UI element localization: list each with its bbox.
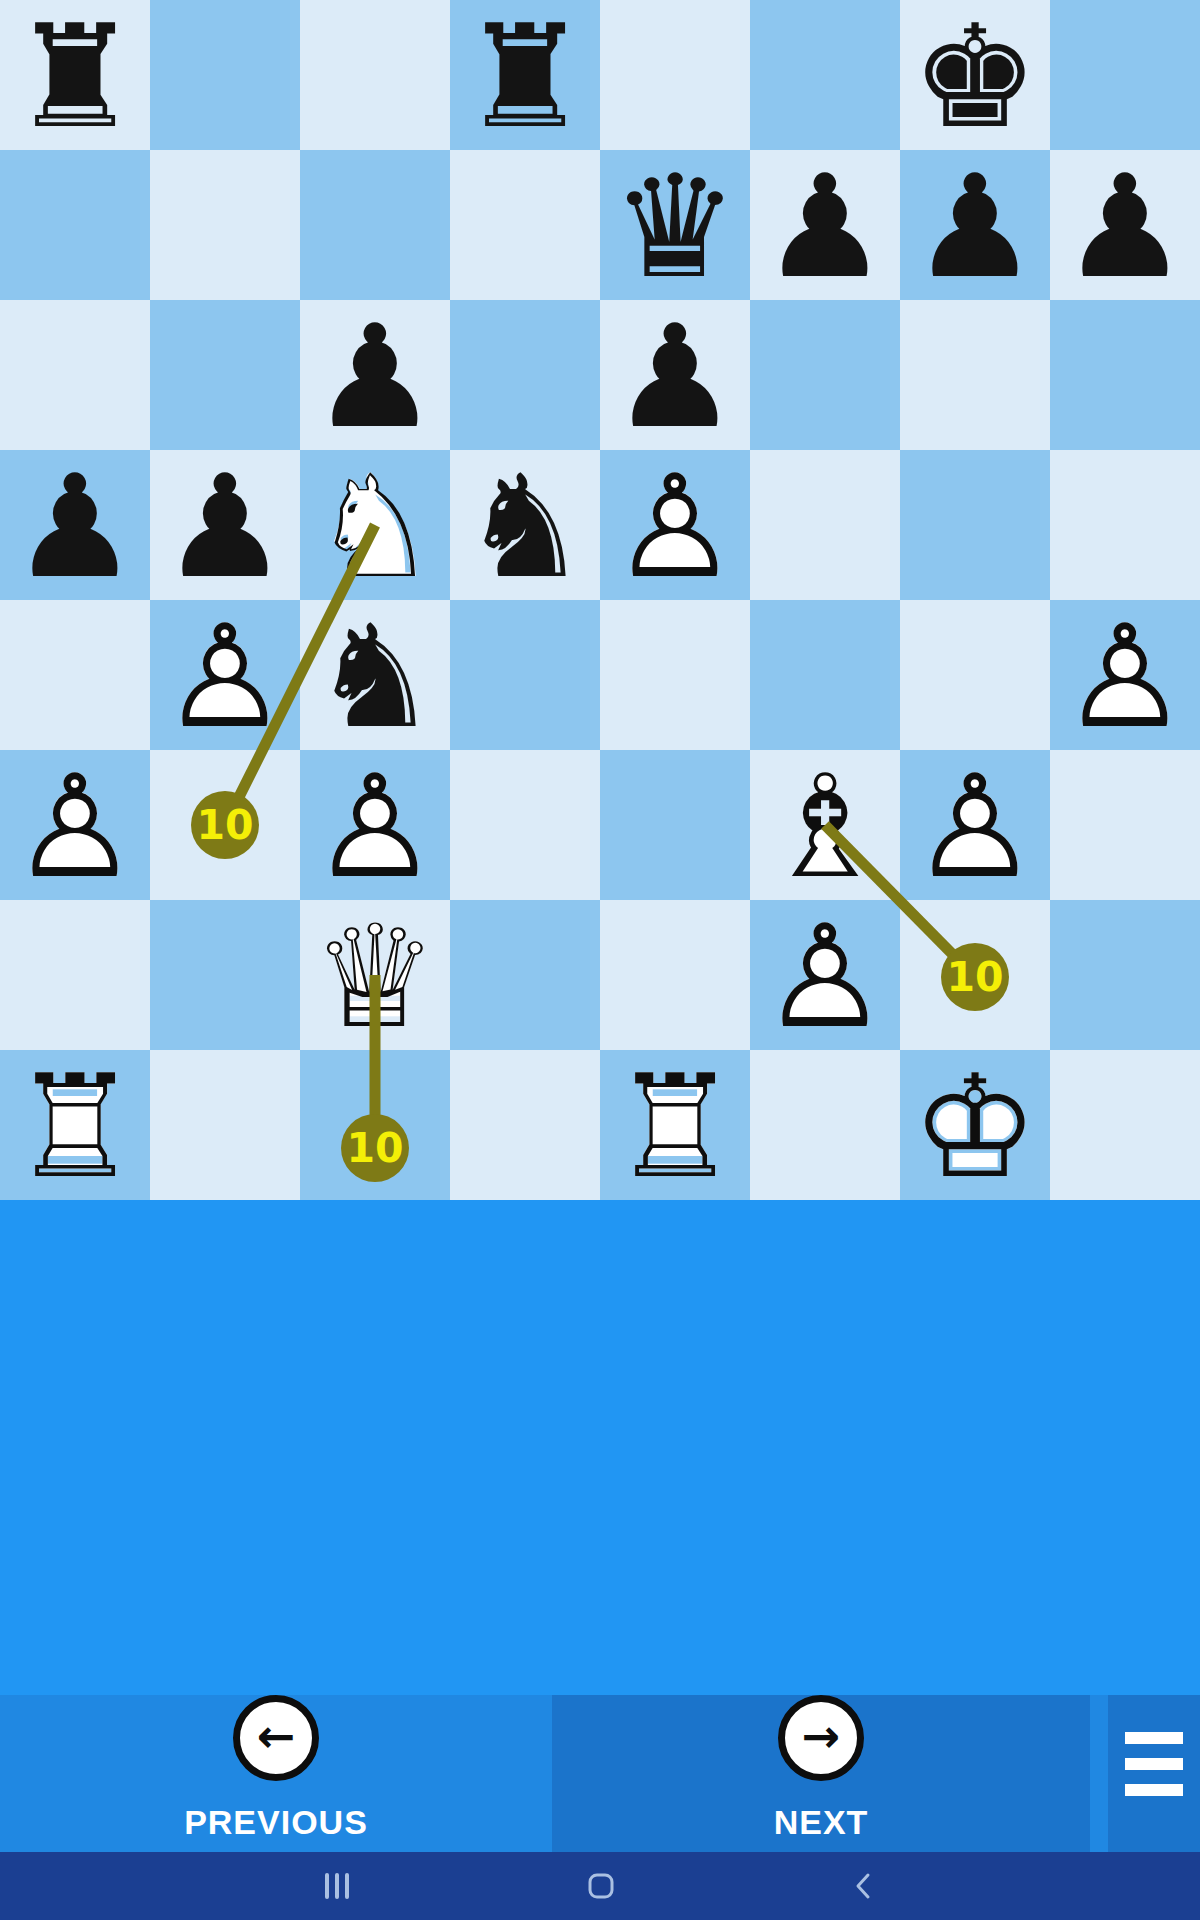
square-c7[interactable] <box>300 150 450 300</box>
square-f5[interactable] <box>750 450 900 600</box>
square-g2[interactable] <box>900 900 1050 1050</box>
recents-icon <box>325 1873 349 1899</box>
background-filler <box>0 1200 1200 1695</box>
square-c1[interactable] <box>300 1050 450 1200</box>
piece-black-pawn: ♟ <box>11 452 138 602</box>
square-c8[interactable] <box>300 0 450 150</box>
square-a2[interactable] <box>0 900 150 1050</box>
square-e6[interactable]: ♟ <box>600 300 750 450</box>
square-h4[interactable]: ♟♙ <box>1050 600 1200 750</box>
piece-white-pawn: ♟♙ <box>1061 602 1188 752</box>
square-b8[interactable] <box>150 0 300 150</box>
square-b6[interactable] <box>150 300 300 450</box>
square-e3[interactable] <box>600 750 750 900</box>
square-e5[interactable]: ♟♙ <box>600 450 750 600</box>
bottom-toolbar: ← PREVIOUS → NEXT <box>0 1695 1200 1852</box>
square-e2[interactable] <box>600 900 750 1050</box>
piece-white-rook: ♜♖ <box>611 1052 738 1202</box>
square-b2[interactable] <box>150 900 300 1050</box>
square-f3[interactable]: ♝♗ <box>750 750 900 900</box>
square-g8[interactable]: ♚ <box>900 0 1050 150</box>
next-button[interactable]: → NEXT <box>552 1695 1090 1852</box>
app-screen: ♜♜♚♛♟♟♟♟♟♟♟♞♘♞♟♙♟♙♞♟♙♟♙♟♙♝♗♟♙♛♕♟♙♜♖♜♖♚♔1… <box>0 0 1200 1920</box>
next-label: NEXT <box>774 1803 869 1842</box>
square-d7[interactable] <box>450 150 600 300</box>
square-c2[interactable]: ♛♕ <box>300 900 450 1050</box>
piece-white-pawn: ♟♙ <box>161 602 288 752</box>
back-icon <box>849 1871 879 1901</box>
previous-button[interactable]: ← PREVIOUS <box>0 1695 552 1852</box>
android-navigation-bar <box>0 1852 1200 1920</box>
square-a7[interactable] <box>0 150 150 300</box>
piece-black-knight: ♞ <box>311 602 438 752</box>
square-d5[interactable]: ♞ <box>450 450 600 600</box>
piece-white-bishop: ♝♗ <box>761 752 888 902</box>
square-a5[interactable]: ♟ <box>0 450 150 600</box>
menu-button[interactable] <box>1108 1695 1200 1852</box>
square-g5[interactable] <box>900 450 1050 600</box>
square-c5[interactable]: ♞♘ <box>300 450 450 600</box>
square-a1[interactable]: ♜♖ <box>0 1050 150 1200</box>
piece-black-rook: ♜ <box>461 2 588 152</box>
square-g1[interactable]: ♚♔ <box>900 1050 1050 1200</box>
square-h5[interactable] <box>1050 450 1200 600</box>
square-f8[interactable] <box>750 0 900 150</box>
chess-board: ♜♜♚♛♟♟♟♟♟♟♟♞♘♞♟♙♟♙♞♟♙♟♙♟♙♝♗♟♙♛♕♟♙♜♖♜♖♚♔1… <box>0 0 1200 1200</box>
previous-label: PREVIOUS <box>184 1803 368 1842</box>
piece-black-pawn: ♟ <box>611 302 738 452</box>
piece-black-pawn: ♟ <box>161 452 288 602</box>
piece-white-queen: ♛♕ <box>311 902 438 1052</box>
next-arrow-icon: → <box>778 1695 864 1781</box>
piece-white-pawn: ♟♙ <box>611 452 738 602</box>
square-d4[interactable] <box>450 600 600 750</box>
android-home-button[interactable] <box>586 1852 616 1920</box>
square-e4[interactable] <box>600 600 750 750</box>
square-d6[interactable] <box>450 300 600 450</box>
piece-black-pawn: ♟ <box>911 152 1038 302</box>
square-c3[interactable]: ♟♙ <box>300 750 450 900</box>
piece-white-pawn: ♟♙ <box>311 752 438 902</box>
square-g3[interactable]: ♟♙ <box>900 750 1050 900</box>
square-b1[interactable] <box>150 1050 300 1200</box>
hamburger-menu-icon <box>1125 1732 1183 1796</box>
square-g6[interactable] <box>900 300 1050 450</box>
square-h1[interactable] <box>1050 1050 1200 1200</box>
piece-white-rook: ♜♖ <box>11 1052 138 1202</box>
piece-white-pawn: ♟♙ <box>11 752 138 902</box>
piece-white-king: ♚♔ <box>911 1052 1038 1202</box>
square-f2[interactable]: ♟♙ <box>750 900 900 1050</box>
square-d3[interactable] <box>450 750 600 900</box>
square-d8[interactable]: ♜ <box>450 0 600 150</box>
piece-black-pawn: ♟ <box>1061 152 1188 302</box>
piece-black-queen: ♛ <box>611 152 738 302</box>
square-a4[interactable] <box>0 600 150 750</box>
android-back-button[interactable] <box>849 1852 879 1920</box>
square-e7[interactable]: ♛ <box>600 150 750 300</box>
piece-black-pawn: ♟ <box>761 152 888 302</box>
previous-arrow-icon: ← <box>233 1695 319 1781</box>
square-g4[interactable] <box>900 600 1050 750</box>
piece-black-knight: ♞ <box>461 452 588 602</box>
square-b3[interactable] <box>150 750 300 900</box>
square-e8[interactable] <box>600 0 750 150</box>
square-b5[interactable]: ♟ <box>150 450 300 600</box>
square-c4[interactable]: ♞ <box>300 600 450 750</box>
square-d1[interactable] <box>450 1050 600 1200</box>
piece-white-pawn: ♟♙ <box>761 902 888 1052</box>
square-h8[interactable] <box>1050 0 1200 150</box>
square-c6[interactable]: ♟ <box>300 300 450 450</box>
square-f7[interactable]: ♟ <box>750 150 900 300</box>
square-f4[interactable] <box>750 600 900 750</box>
square-h6[interactable] <box>1050 300 1200 450</box>
square-a3[interactable]: ♟♙ <box>0 750 150 900</box>
square-a6[interactable] <box>0 300 150 450</box>
square-h7[interactable]: ♟ <box>1050 150 1200 300</box>
home-icon <box>586 1871 616 1901</box>
android-recents-button[interactable] <box>325 1852 349 1920</box>
piece-black-rook: ♜ <box>11 2 138 152</box>
square-b4[interactable]: ♟♙ <box>150 600 300 750</box>
square-h3[interactable] <box>1050 750 1200 900</box>
square-b7[interactable] <box>150 150 300 300</box>
square-f6[interactable] <box>750 300 900 450</box>
piece-black-king: ♚ <box>911 2 1038 152</box>
square-f1[interactable] <box>750 1050 900 1200</box>
square-g7[interactable]: ♟ <box>900 150 1050 300</box>
square-a8[interactable]: ♜ <box>0 0 150 150</box>
piece-white-knight: ♞♘ <box>311 452 438 602</box>
piece-white-pawn: ♟♙ <box>911 752 1038 902</box>
square-h2[interactable] <box>1050 900 1200 1050</box>
square-d2[interactable] <box>450 900 600 1050</box>
square-e1[interactable]: ♜♖ <box>600 1050 750 1200</box>
piece-black-pawn: ♟ <box>311 302 438 452</box>
